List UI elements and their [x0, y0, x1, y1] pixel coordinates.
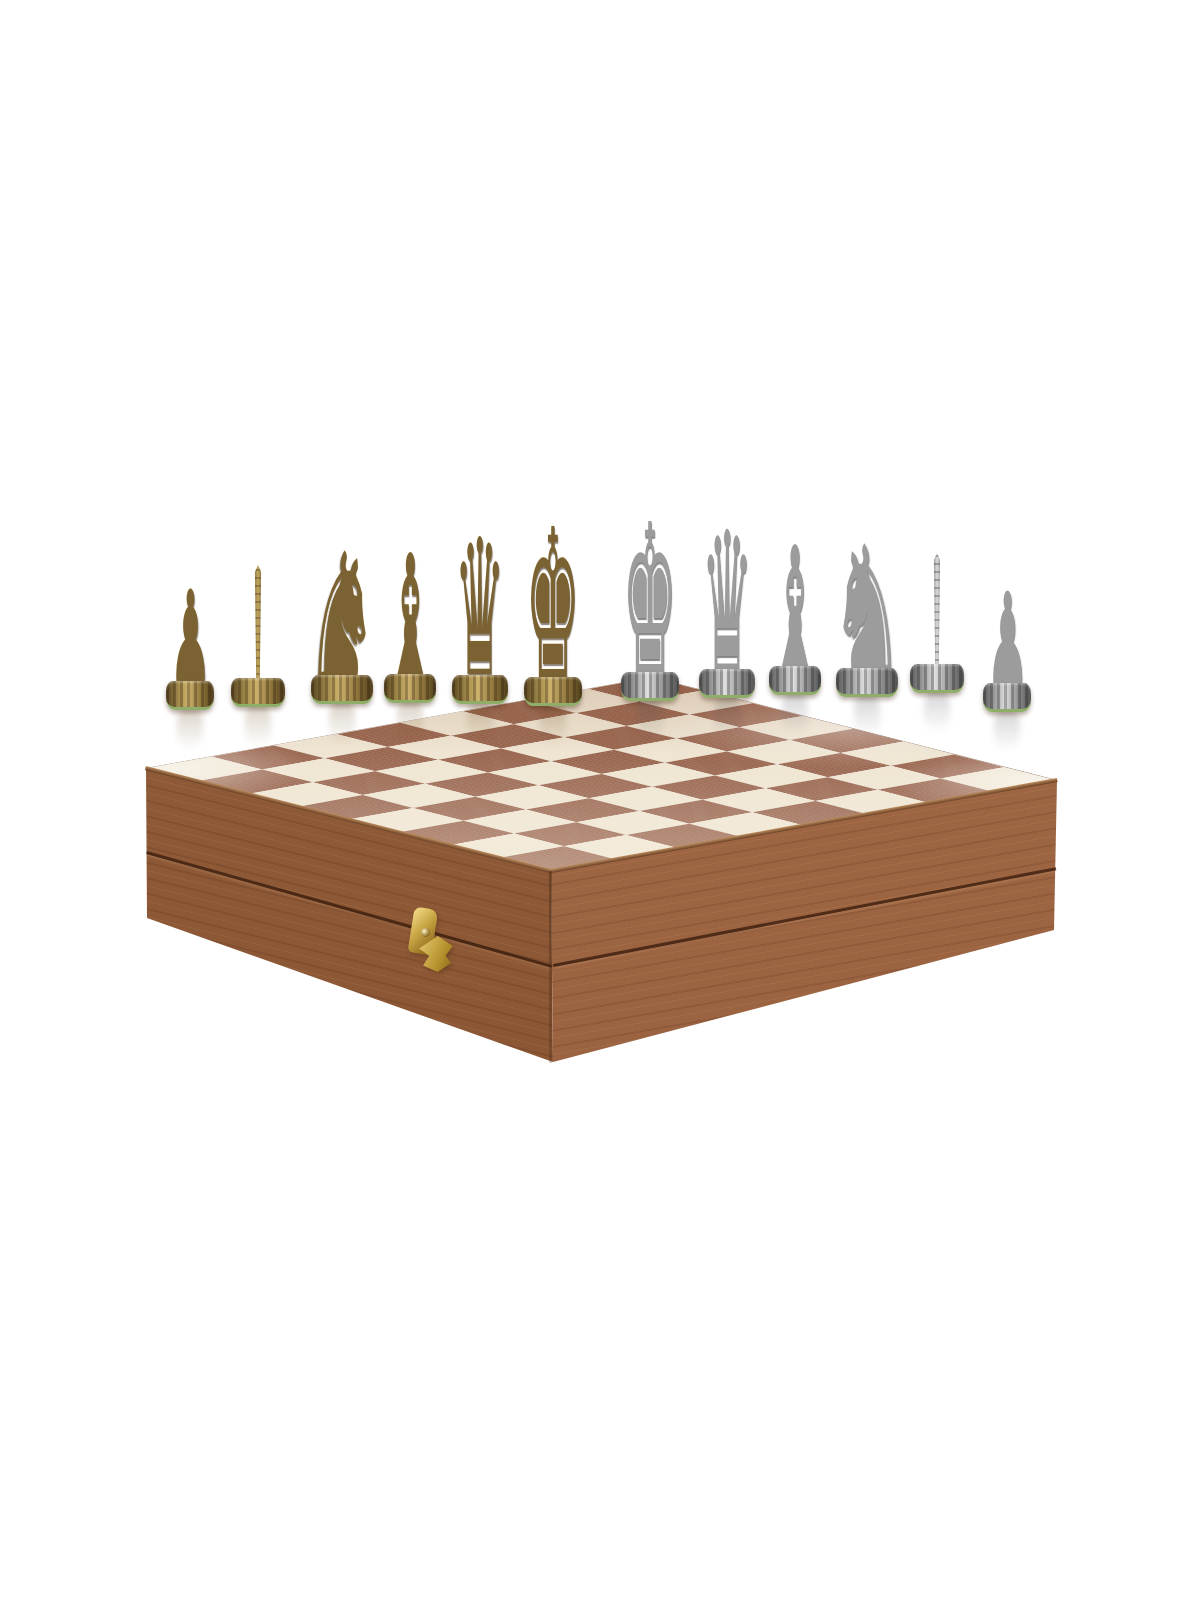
- obelisk-shape: [926, 553, 948, 669]
- piece-base: [231, 678, 285, 707]
- piece-base: [836, 668, 898, 697]
- piece-base: [983, 683, 1031, 712]
- brass-latch: [401, 906, 461, 978]
- piece-base: [524, 677, 582, 706]
- piece-silver-pawn: ♟: [962, 594, 1052, 712]
- standing-pharaoh-figure: ♟: [962, 594, 1052, 688]
- piece-glyph: ♛: [701, 532, 753, 674]
- pharaoh-figure: ♚: [508, 531, 598, 682]
- piece-reflection: [924, 687, 950, 733]
- piece-glyph: ♝: [770, 547, 819, 671]
- piece-glyph: ♚: [622, 524, 678, 677]
- obelisk-shape: [247, 565, 269, 683]
- piece-glyph: ♟: [169, 591, 211, 686]
- piece-glyph: ♚: [525, 529, 581, 682]
- piece-base: [311, 675, 373, 704]
- piece-base: [769, 666, 821, 695]
- piece-base: [621, 672, 679, 701]
- piece-base: [910, 664, 964, 693]
- piece-base: [699, 669, 755, 698]
- piece-glyph: ♛: [455, 540, 506, 680]
- piece-base: [384, 674, 436, 703]
- piece-glyph: ♝: [385, 555, 435, 679]
- latch-pin: [421, 928, 430, 937]
- pieces-layer: ♟♞♝♛♚♚♛♝♞♟: [0, 0, 1200, 1600]
- piece-base: [452, 675, 508, 704]
- piece-reflection: [245, 701, 271, 747]
- product-photo: ♟♞♝♛♚♚♛♝♞♟: [0, 0, 1200, 1600]
- piece-glyph: ♟: [986, 593, 1028, 688]
- piece-base: [166, 681, 214, 710]
- piece-brass-king: ♚: [508, 531, 598, 706]
- obelisk-figure: [213, 565, 303, 683]
- piece-brass-rook: [213, 565, 303, 707]
